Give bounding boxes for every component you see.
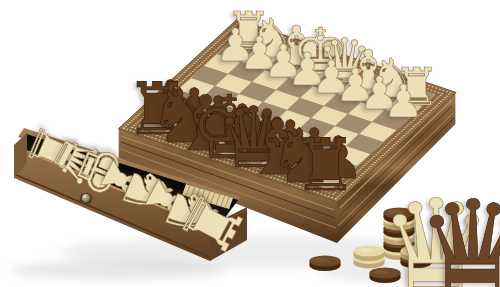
drawer-knob [80, 193, 92, 205]
chess-set-scene: ♜♞♟♝♟♚♟♛♟♝♟♞♟♜♟♟♟♟♜♟♞♟♝♟♚♟♛♟♝♟♞♜♜♛♚♝♞♝♞♜… [0, 0, 500, 287]
